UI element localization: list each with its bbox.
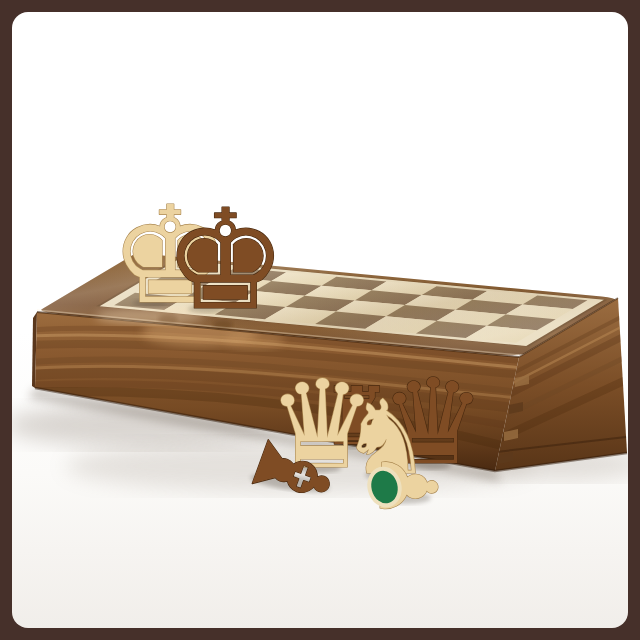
photo-area: ♚♚♜♛♛♞♝♟ xyxy=(12,12,628,628)
pieces-layer-svg: ♚♚♜♛♛♞♝♟ xyxy=(12,12,628,628)
board-right-edge-line xyxy=(519,298,618,357)
black-king-piece: ♚ xyxy=(163,180,287,341)
chess-pieces: ♚♚♜♛♛♞♝♟ xyxy=(110,178,486,536)
framed-photo: ♚♚♜♛♛♞♝♟ xyxy=(0,0,640,640)
